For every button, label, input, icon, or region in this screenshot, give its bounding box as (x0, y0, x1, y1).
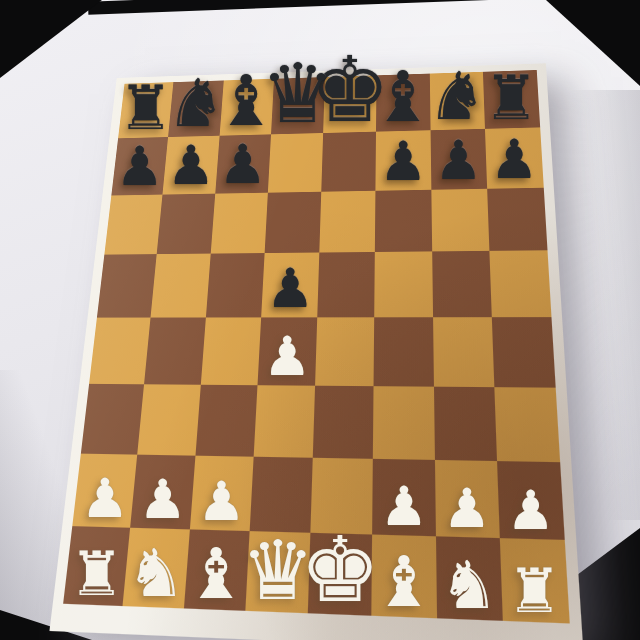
photo-scene: ♜♞♝♛♚♝♞♜♟♟♟♟♟♟♟♟♟♟♟♟♟♟♜♞♝♛♚♝♞♜ (0, 0, 640, 640)
square-g5[interactable] (432, 251, 492, 317)
square-f5[interactable] (374, 252, 432, 318)
square-a5[interactable] (97, 254, 157, 317)
square-g4[interactable] (433, 317, 495, 387)
square-a6[interactable] (104, 194, 162, 255)
square-h2[interactable] (497, 461, 565, 541)
square-e6[interactable] (319, 190, 375, 252)
square-c8[interactable] (219, 79, 274, 136)
square-b5[interactable] (151, 254, 210, 318)
square-e1[interactable] (308, 533, 373, 616)
square-c6[interactable] (210, 192, 267, 254)
square-d2[interactable] (249, 456, 312, 533)
square-e7[interactable] (321, 131, 376, 191)
square-c3[interactable] (195, 385, 257, 457)
square-b4[interactable] (144, 317, 205, 384)
square-b3[interactable] (138, 384, 201, 455)
square-e5[interactable] (317, 252, 375, 317)
square-d6[interactable] (264, 191, 321, 253)
square-d1[interactable] (245, 531, 310, 613)
square-b8[interactable] (168, 80, 223, 136)
square-h4[interactable] (492, 317, 556, 387)
square-f4[interactable] (374, 317, 434, 386)
square-c7[interactable] (215, 134, 271, 193)
square-g1[interactable] (435, 537, 502, 621)
square-g2[interactable] (434, 459, 499, 538)
square-d4[interactable] (257, 317, 317, 385)
square-f1[interactable] (372, 535, 437, 618)
square-h6[interactable] (487, 187, 548, 251)
square-g3[interactable] (433, 386, 496, 460)
square-a8[interactable] (118, 82, 173, 138)
cloth-fold-shadow-right (562, 90, 640, 520)
square-h8[interactable] (483, 70, 540, 129)
square-f7[interactable] (376, 130, 431, 190)
chess-board (63, 70, 570, 623)
photo-corner-top-left (0, 0, 102, 78)
square-e4[interactable] (315, 317, 374, 386)
square-c1[interactable] (183, 530, 249, 611)
square-c4[interactable] (200, 317, 261, 385)
square-h5[interactable] (489, 251, 551, 318)
photo-backdrop-top-band (88, 0, 562, 15)
square-a3[interactable] (81, 384, 144, 455)
square-a7[interactable] (111, 137, 168, 195)
square-b2[interactable] (130, 454, 195, 530)
square-g6[interactable] (431, 188, 489, 251)
square-a2[interactable] (72, 453, 137, 528)
square-h3[interactable] (494, 387, 560, 462)
square-a1[interactable] (63, 526, 130, 606)
square-f8[interactable] (376, 74, 430, 132)
square-b6[interactable] (157, 193, 215, 254)
square-f2[interactable] (372, 458, 435, 536)
square-d8[interactable] (271, 77, 325, 134)
square-c5[interactable] (205, 253, 264, 317)
square-g8[interactable] (429, 72, 484, 130)
square-h7[interactable] (485, 127, 544, 188)
square-g7[interactable] (430, 129, 487, 190)
square-f6[interactable] (375, 189, 432, 252)
square-f3[interactable] (373, 386, 434, 459)
square-e8[interactable] (323, 75, 377, 132)
chess-board-mat (49, 63, 583, 640)
square-c2[interactable] (189, 455, 253, 531)
square-b1[interactable] (123, 528, 190, 608)
square-e2[interactable] (310, 457, 373, 535)
square-e3[interactable] (313, 385, 374, 458)
square-d5[interactable] (261, 253, 319, 318)
square-d7[interactable] (268, 133, 323, 192)
square-b7[interactable] (163, 135, 219, 194)
photo-corner-top-right (546, 0, 640, 86)
square-a4[interactable] (89, 318, 151, 385)
square-h1[interactable] (500, 538, 570, 623)
square-d3[interactable] (253, 385, 315, 457)
